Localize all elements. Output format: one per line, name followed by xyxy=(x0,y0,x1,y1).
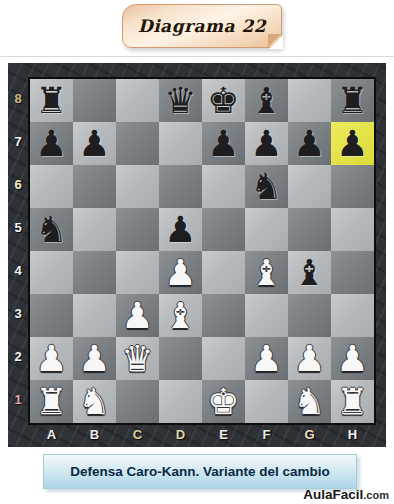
aulafacil-tld: .com xyxy=(363,489,389,501)
square-g8[interactable] xyxy=(288,79,331,122)
square-a3[interactable] xyxy=(30,294,73,337)
square-d5[interactable]: ♟ xyxy=(159,208,202,251)
white-pawn: ♟ xyxy=(250,341,282,377)
square-a1[interactable]: ♜ xyxy=(30,380,73,423)
square-g6[interactable] xyxy=(288,165,331,208)
aulafacil-link[interactable]: AulaFacil.com xyxy=(303,487,389,503)
black-pawn: ♟ xyxy=(207,126,239,162)
rank-label-6: 6 xyxy=(8,163,28,206)
square-e2[interactable] xyxy=(202,337,245,380)
square-c8[interactable] xyxy=(116,79,159,122)
file-label-f: F xyxy=(245,427,288,449)
black-knight: ♞ xyxy=(35,212,67,248)
black-pawn: ♟ xyxy=(293,126,325,162)
square-d1[interactable] xyxy=(159,380,202,423)
caption-text: Defensa Caro-Kann. Variante del cambio xyxy=(70,464,330,479)
square-h7[interactable]: ♟ xyxy=(331,122,374,165)
file-label-h: H xyxy=(331,427,374,449)
square-b3[interactable] xyxy=(73,294,116,337)
file-label-g: G xyxy=(288,427,331,449)
black-rook: ♜ xyxy=(336,83,368,119)
square-e5[interactable] xyxy=(202,208,245,251)
square-h2[interactable]: ♟ xyxy=(331,337,374,380)
diagram-title-banner: Diagrama 22 xyxy=(122,4,282,48)
file-label-a: A xyxy=(30,427,73,449)
square-c3[interactable]: ♟ xyxy=(116,294,159,337)
separator-line xyxy=(0,56,394,57)
rank-label-5: 5 xyxy=(8,206,28,249)
square-h1[interactable]: ♜ xyxy=(331,380,374,423)
square-a7[interactable]: ♟ xyxy=(30,122,73,165)
white-queen: ♛ xyxy=(121,341,153,377)
square-b7[interactable]: ♟ xyxy=(73,122,116,165)
chess-board: 87654321 ♜♛♚♝♜♟♟♟♟♟♟♞♞♟♟♝♝♟♝♟♟♛♟♟♟♜♞♚♞♜ … xyxy=(8,63,386,447)
square-c2[interactable]: ♛ xyxy=(116,337,159,380)
rank-label-3: 3 xyxy=(8,292,28,335)
black-rook: ♜ xyxy=(35,83,67,119)
square-a4[interactable] xyxy=(30,251,73,294)
square-c5[interactable] xyxy=(116,208,159,251)
white-rook: ♜ xyxy=(35,384,67,420)
white-king: ♚ xyxy=(207,384,239,420)
white-pawn: ♟ xyxy=(164,255,196,291)
black-knight: ♞ xyxy=(250,169,282,205)
aulafacil-brand: AulaFacil xyxy=(303,487,363,502)
square-h5[interactable] xyxy=(331,208,374,251)
square-f5[interactable] xyxy=(245,208,288,251)
file-label-c: C xyxy=(116,427,159,449)
black-pawn: ♟ xyxy=(78,126,110,162)
square-a5[interactable]: ♞ xyxy=(30,208,73,251)
square-c6[interactable] xyxy=(116,165,159,208)
square-f6[interactable]: ♞ xyxy=(245,165,288,208)
square-h4[interactable] xyxy=(331,251,374,294)
square-f8[interactable]: ♝ xyxy=(245,79,288,122)
square-e1[interactable]: ♚ xyxy=(202,380,245,423)
black-pawn: ♟ xyxy=(250,126,282,162)
caption-box: Defensa Caro-Kann. Variante del cambio xyxy=(43,454,357,489)
board-squares-border: ♜♛♚♝♜♟♟♟♟♟♟♞♞♟♟♝♝♟♝♟♟♛♟♟♟♜♞♚♞♜ xyxy=(28,77,376,425)
rank-label-8: 8 xyxy=(8,77,28,120)
black-pawn: ♟ xyxy=(336,126,368,162)
square-f1[interactable] xyxy=(245,380,288,423)
square-b8[interactable] xyxy=(73,79,116,122)
square-b6[interactable] xyxy=(73,165,116,208)
rank-label-4: 4 xyxy=(8,249,28,292)
square-f2[interactable]: ♟ xyxy=(245,337,288,380)
file-label-b: B xyxy=(73,427,116,449)
square-h6[interactable] xyxy=(331,165,374,208)
black-queen: ♛ xyxy=(164,83,196,119)
square-b5[interactable] xyxy=(73,208,116,251)
white-pawn: ♟ xyxy=(35,341,67,377)
square-g1[interactable]: ♞ xyxy=(288,380,331,423)
black-king: ♚ xyxy=(207,83,239,119)
square-e4[interactable] xyxy=(202,251,245,294)
white-pawn: ♟ xyxy=(121,298,153,334)
board-squares: ♜♛♚♝♜♟♟♟♟♟♟♞♞♟♟♝♝♟♝♟♟♛♟♟♟♜♞♚♞♜ xyxy=(30,79,374,423)
square-e3[interactable] xyxy=(202,294,245,337)
square-a8[interactable]: ♜ xyxy=(30,79,73,122)
rank-labels: 87654321 xyxy=(8,77,28,425)
square-h3[interactable] xyxy=(331,294,374,337)
white-pawn: ♟ xyxy=(78,341,110,377)
square-d7[interactable] xyxy=(159,122,202,165)
square-b4[interactable] xyxy=(73,251,116,294)
square-g3[interactable] xyxy=(288,294,331,337)
square-c7[interactable] xyxy=(116,122,159,165)
square-a6[interactable] xyxy=(30,165,73,208)
square-c1[interactable] xyxy=(116,380,159,423)
square-c4[interactable] xyxy=(116,251,159,294)
white-pawn: ♟ xyxy=(336,341,368,377)
file-labels: ABCDEFGH xyxy=(30,425,374,449)
square-e8[interactable]: ♚ xyxy=(202,79,245,122)
black-pawn: ♟ xyxy=(35,126,67,162)
square-e6[interactable] xyxy=(202,165,245,208)
rank-label-7: 7 xyxy=(8,120,28,163)
rank-label-2: 2 xyxy=(8,335,28,378)
square-d4[interactable]: ♟ xyxy=(159,251,202,294)
white-knight: ♞ xyxy=(293,384,325,420)
square-f7[interactable]: ♟ xyxy=(245,122,288,165)
square-d3[interactable]: ♝ xyxy=(159,294,202,337)
square-a2[interactable]: ♟ xyxy=(30,337,73,380)
white-pawn: ♟ xyxy=(293,341,325,377)
white-knight: ♞ xyxy=(78,384,110,420)
square-d2[interactable] xyxy=(159,337,202,380)
square-f4[interactable]: ♝ xyxy=(245,251,288,294)
square-d8[interactable]: ♛ xyxy=(159,79,202,122)
square-b2[interactable]: ♟ xyxy=(73,337,116,380)
square-b1[interactable]: ♞ xyxy=(73,380,116,423)
white-rook: ♜ xyxy=(336,384,368,420)
square-g5[interactable] xyxy=(288,208,331,251)
square-g2[interactable]: ♟ xyxy=(288,337,331,380)
square-g4[interactable]: ♝ xyxy=(288,251,331,294)
black-pawn: ♟ xyxy=(164,212,196,248)
square-e7[interactable]: ♟ xyxy=(202,122,245,165)
file-label-d: D xyxy=(159,427,202,449)
square-d6[interactable] xyxy=(159,165,202,208)
diagram-title: Diagrama 22 xyxy=(138,16,266,36)
square-f3[interactable] xyxy=(245,294,288,337)
white-bishop: ♝ xyxy=(250,255,282,291)
black-bishop: ♝ xyxy=(293,255,325,291)
rank-label-1: 1 xyxy=(8,378,28,421)
file-label-e: E xyxy=(202,427,245,449)
white-bishop: ♝ xyxy=(164,298,196,334)
square-h8[interactable]: ♜ xyxy=(331,79,374,122)
black-bishop: ♝ xyxy=(250,83,282,119)
square-g7[interactable]: ♟ xyxy=(288,122,331,165)
